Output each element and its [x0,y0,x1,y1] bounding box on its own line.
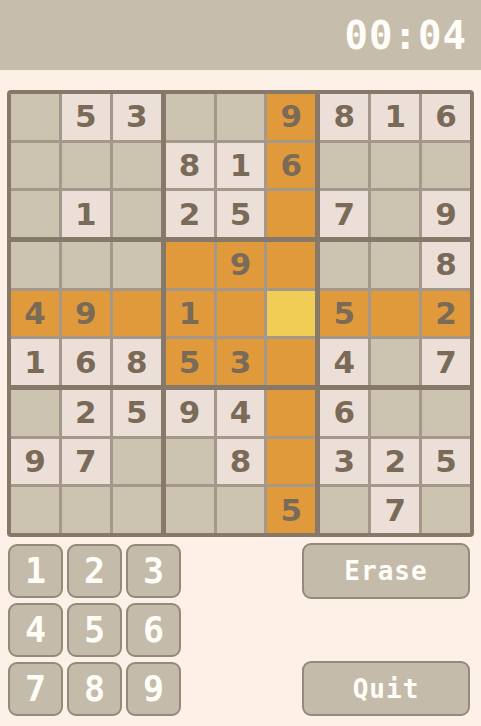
cell-r1c9[interactable]: 6 [422,94,470,140]
cell-r5c6[interactable] [267,291,315,337]
cell-r6c9[interactable]: 7 [422,339,470,385]
cell-r1c5[interactable] [217,94,265,140]
cell-r5c5[interactable] [217,291,265,337]
cell-r1c3[interactable]: 3 [113,94,161,140]
numpad-button-4[interactable]: 4 [8,603,63,657]
numpad-button-7[interactable]: 7 [8,662,63,716]
cell-r6c6[interactable] [267,339,315,385]
cell-r4c7[interactable] [320,242,368,288]
cell-r4c8[interactable] [371,242,419,288]
cell-r4c4[interactable] [166,242,214,288]
cell-r2c9[interactable] [422,143,470,189]
cell-r7c2[interactable]: 2 [62,390,110,436]
numpad-button-3[interactable]: 3 [126,544,181,598]
cell-r7c9[interactable] [422,390,470,436]
cell-r7c4[interactable]: 9 [166,390,214,436]
cell-r7c6[interactable] [267,390,315,436]
cell-r5c3[interactable] [113,291,161,337]
cell-r6c2[interactable]: 6 [62,339,110,385]
cell-r6c5[interactable]: 3 [217,339,265,385]
cell-r4c6[interactable] [267,242,315,288]
cell-r5c9[interactable]: 2 [422,291,470,337]
cell-r9c2[interactable] [62,487,110,533]
cell-r1c1[interactable] [11,94,59,140]
numpad: 123456789 [8,544,181,716]
box-6: 85247 [320,242,470,385]
cell-r1c7[interactable]: 8 [320,94,368,140]
cell-r6c1[interactable]: 1 [11,339,59,385]
cell-r2c6[interactable]: 6 [267,143,315,189]
cell-r4c3[interactable] [113,242,161,288]
cell-r1c4[interactable] [166,94,214,140]
cell-r5c2[interactable]: 9 [62,291,110,337]
cell-r2c4[interactable]: 8 [166,143,214,189]
cell-r7c1[interactable] [11,390,59,436]
cell-r2c7[interactable] [320,143,368,189]
box-4: 49168 [11,242,161,385]
box-5: 9153 [166,242,316,385]
numpad-button-8[interactable]: 8 [67,662,122,716]
cell-r3c4[interactable]: 2 [166,191,214,237]
cell-r6c3[interactable]: 8 [113,339,161,385]
cell-r9c9[interactable] [422,487,470,533]
numpad-button-6[interactable]: 6 [126,603,181,657]
cell-r5c4[interactable]: 1 [166,291,214,337]
cell-r5c7[interactable]: 5 [320,291,368,337]
cell-r9c5[interactable] [217,487,265,533]
cell-r3c7[interactable]: 7 [320,191,368,237]
cell-r9c3[interactable] [113,487,161,533]
cell-r2c8[interactable] [371,143,419,189]
cell-r1c2[interactable]: 5 [62,94,110,140]
cell-r8c9[interactable]: 5 [422,439,470,485]
cell-r7c5[interactable]: 4 [217,390,265,436]
numpad-button-9[interactable]: 9 [126,662,181,716]
cell-r1c6[interactable]: 9 [267,94,315,140]
cell-r8c3[interactable] [113,439,161,485]
cell-r8c5[interactable]: 8 [217,439,265,485]
cell-r8c4[interactable] [166,439,214,485]
numpad-button-2[interactable]: 2 [67,544,122,598]
cell-r7c3[interactable]: 5 [113,390,161,436]
cell-r5c8[interactable] [371,291,419,337]
cell-r9c4[interactable] [166,487,214,533]
cell-r9c8[interactable]: 7 [371,487,419,533]
cell-r8c2[interactable]: 7 [62,439,110,485]
box-3: 81679 [320,94,470,237]
cell-r2c5[interactable]: 1 [217,143,265,189]
erase-button[interactable]: Erase [302,543,470,599]
box-7: 2597 [11,390,161,533]
cell-r1c8[interactable]: 1 [371,94,419,140]
cell-r2c2[interactable] [62,143,110,189]
cell-r8c1[interactable]: 9 [11,439,59,485]
cell-r3c9[interactable]: 9 [422,191,470,237]
cell-r8c8[interactable]: 2 [371,439,419,485]
cell-r9c6[interactable]: 5 [267,487,315,533]
cell-r2c1[interactable] [11,143,59,189]
cell-r3c6[interactable] [267,191,315,237]
cell-r5c1[interactable]: 4 [11,291,59,337]
box-2: 981625 [166,94,316,237]
cell-r8c6[interactable] [267,439,315,485]
cell-r9c7[interactable] [320,487,368,533]
cell-r6c8[interactable] [371,339,419,385]
cell-r7c7[interactable]: 6 [320,390,368,436]
cell-r4c5[interactable]: 9 [217,242,265,288]
cell-r6c4[interactable]: 5 [166,339,214,385]
cell-r3c5[interactable]: 5 [217,191,265,237]
cell-r4c9[interactable]: 8 [422,242,470,288]
cell-r4c1[interactable] [11,242,59,288]
box-1: 531 [11,94,161,237]
cell-r2c3[interactable] [113,143,161,189]
cell-r3c8[interactable] [371,191,419,237]
cell-r3c1[interactable] [11,191,59,237]
numpad-button-5[interactable]: 5 [67,603,122,657]
cell-r3c2[interactable]: 1 [62,191,110,237]
box-8: 9485 [166,390,316,533]
sudoku-board: 5319816258167949168915385247259794856325… [7,90,474,537]
box-9: 63257 [320,390,470,533]
cell-r9c1[interactable] [11,487,59,533]
cell-r3c3[interactable] [113,191,161,237]
cell-r6c7[interactable]: 4 [320,339,368,385]
numpad-button-1[interactable]: 1 [8,544,63,598]
cell-r8c7[interactable]: 3 [320,439,368,485]
top-bar: 00:04 [0,0,481,70]
cell-r4c2[interactable] [62,242,110,288]
quit-button[interactable]: Quit [302,661,470,716]
cell-r7c8[interactable] [371,390,419,436]
timer: 00:04 [345,13,467,58]
